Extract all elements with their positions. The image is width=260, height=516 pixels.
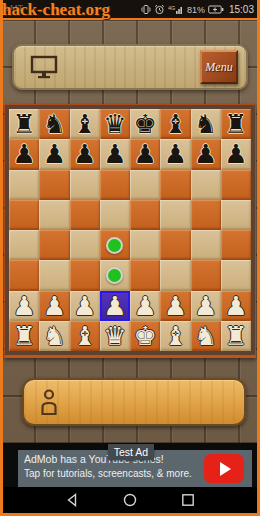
square-c7[interactable]: ♟ <box>70 139 100 169</box>
square-e8[interactable]: ♚ <box>130 109 160 139</box>
square-a8[interactable]: ♜ <box>9 109 39 139</box>
square-h5[interactable] <box>221 200 251 230</box>
square-c3[interactable] <box>70 260 100 290</box>
square-h3[interactable] <box>221 260 251 290</box>
square-f2[interactable]: ♟ <box>160 291 190 321</box>
square-d1[interactable]: ♛ <box>100 321 130 351</box>
square-e7[interactable]: ♟ <box>130 139 160 169</box>
chess-board[interactable]: ♜♞♝♛♚♝♞♜♟♟♟♟♟♟♟♟♟♟♟♟♟♟♟♟♜♞♝♛♚♝♞♜ <box>9 109 251 351</box>
square-b3[interactable] <box>39 260 69 290</box>
legal-move-dot-d3[interactable] <box>106 267 123 284</box>
home-icon <box>123 493 137 507</box>
player-panel <box>22 378 246 426</box>
square-a2[interactable]: ♟ <box>9 291 39 321</box>
square-b7[interactable]: ♟ <box>39 139 69 169</box>
square-b6[interactable] <box>39 170 69 200</box>
piece-white-pawn[interactable]: ♟ <box>103 291 126 321</box>
piece-white-rook[interactable]: ♜ <box>12 321 35 351</box>
square-d4[interactable] <box>100 230 130 260</box>
square-g2[interactable]: ♟ <box>191 291 221 321</box>
square-c4[interactable] <box>70 230 100 260</box>
youtube-play-icon[interactable] <box>204 454 244 483</box>
square-c5[interactable] <box>70 200 100 230</box>
alarm-icon <box>154 4 165 15</box>
battery-charging-icon <box>208 5 224 14</box>
app-screen: LMT 4G 81% 15:03 hack-cheat.org <box>0 0 260 516</box>
opponent-panel: Menu <box>12 44 248 90</box>
square-e3[interactable] <box>130 260 160 290</box>
square-h8[interactable]: ♜ <box>221 109 251 139</box>
test-ad-badge: Test Ad <box>108 444 154 460</box>
square-f7[interactable]: ♟ <box>160 139 190 169</box>
square-h4[interactable] <box>221 230 251 260</box>
square-g6[interactable] <box>191 170 221 200</box>
square-d3[interactable] <box>100 260 130 290</box>
square-b2[interactable]: ♟ <box>39 291 69 321</box>
signal-4g-icon: 4G <box>168 4 184 15</box>
recents-icon <box>181 493 195 507</box>
square-c1[interactable]: ♝ <box>70 321 100 351</box>
piece-black-pawn[interactable]: ♟ <box>164 139 187 169</box>
piece-white-pawn[interactable]: ♟ <box>164 291 187 321</box>
square-g1[interactable]: ♞ <box>191 321 221 351</box>
square-b5[interactable] <box>39 200 69 230</box>
ad-subtext: Tap for tutorials, screencasts, & more. <box>24 468 192 479</box>
square-d5[interactable] <box>100 200 130 230</box>
piece-white-pawn[interactable]: ♟ <box>133 291 156 321</box>
square-f3[interactable] <box>160 260 190 290</box>
square-a7[interactable]: ♟ <box>9 139 39 169</box>
home-button[interactable] <box>123 493 137 507</box>
piece-black-pawn[interactable]: ♟ <box>12 139 35 169</box>
android-nav-bar <box>0 487 260 513</box>
piece-white-pawn[interactable]: ♟ <box>73 291 96 321</box>
piece-black-pawn[interactable]: ♟ <box>194 139 217 169</box>
back-icon <box>65 493 79 507</box>
piece-white-knight[interactable]: ♞ <box>194 321 217 351</box>
menu-button[interactable]: Menu <box>200 50 238 84</box>
square-c6[interactable] <box>70 170 100 200</box>
square-f4[interactable] <box>160 230 190 260</box>
piece-white-bishop[interactable]: ♝ <box>164 321 187 351</box>
square-d6[interactable] <box>100 170 130 200</box>
piece-black-knight[interactable]: ♞ <box>194 109 217 139</box>
square-f8[interactable]: ♝ <box>160 109 190 139</box>
square-a4[interactable] <box>9 230 39 260</box>
battery-percent: 81% <box>187 5 205 15</box>
square-d7[interactable]: ♟ <box>100 139 130 169</box>
legal-move-dot-d4[interactable] <box>106 237 123 254</box>
square-e6[interactable] <box>130 170 160 200</box>
square-f6[interactable] <box>160 170 190 200</box>
person-icon <box>38 388 60 416</box>
square-b8[interactable]: ♞ <box>39 109 69 139</box>
watermark-frame-right <box>257 0 260 516</box>
watermark-text: hack-cheat.org <box>2 0 110 20</box>
piece-white-king[interactable]: ♚ <box>133 321 156 351</box>
menu-button-label: Menu <box>205 60 232 75</box>
square-e5[interactable] <box>130 200 160 230</box>
ad-banner: AdMob has a YouTube series! Tap for tuto… <box>0 443 260 487</box>
square-g3[interactable] <box>191 260 221 290</box>
square-a3[interactable] <box>9 260 39 290</box>
square-h2[interactable]: ♟ <box>221 291 251 321</box>
piece-black-king[interactable]: ♚ <box>133 109 156 139</box>
square-c2[interactable]: ♟ <box>70 291 100 321</box>
piece-black-rook[interactable]: ♜ <box>12 109 35 139</box>
square-d8[interactable]: ♛ <box>100 109 130 139</box>
square-c8[interactable]: ♝ <box>70 109 100 139</box>
piece-black-bishop[interactable]: ♝ <box>164 109 187 139</box>
square-e4[interactable] <box>130 230 160 260</box>
svg-text:4G: 4G <box>168 5 175 11</box>
square-g7[interactable]: ♟ <box>191 139 221 169</box>
piece-black-pawn[interactable]: ♟ <box>103 139 126 169</box>
clock-time: 15:03 <box>229 4 254 15</box>
piece-black-bishop[interactable]: ♝ <box>73 109 96 139</box>
square-e1[interactable]: ♚ <box>130 321 160 351</box>
square-h7[interactable]: ♟ <box>221 139 251 169</box>
square-g5[interactable] <box>191 200 221 230</box>
square-g4[interactable] <box>191 230 221 260</box>
piece-white-bishop[interactable]: ♝ <box>73 321 96 351</box>
play-triangle <box>220 462 231 476</box>
square-a6[interactable] <box>9 170 39 200</box>
piece-black-pawn[interactable]: ♟ <box>43 139 66 169</box>
square-h1[interactable]: ♜ <box>221 321 251 351</box>
square-b1[interactable]: ♞ <box>39 321 69 351</box>
square-a5[interactable] <box>9 200 39 230</box>
square-g8[interactable]: ♞ <box>191 109 221 139</box>
watermark-frame-left <box>0 0 3 516</box>
vibrate-icon <box>141 4 151 15</box>
piece-black-queen[interactable]: ♛ <box>103 109 126 139</box>
square-a1[interactable]: ♜ <box>9 321 39 351</box>
piece-white-rook[interactable]: ♜ <box>224 321 247 351</box>
square-b4[interactable] <box>39 230 69 260</box>
chess-board-frame: ♜♞♝♛♚♝♞♜♟♟♟♟♟♟♟♟♟♟♟♟♟♟♟♟♜♞♝♛♚♝♞♜ <box>4 104 256 358</box>
recents-button[interactable] <box>181 493 195 507</box>
square-h6[interactable] <box>221 170 251 200</box>
piece-black-knight[interactable]: ♞ <box>43 109 66 139</box>
piece-white-pawn[interactable]: ♟ <box>224 291 247 321</box>
piece-black-rook[interactable]: ♜ <box>224 109 247 139</box>
piece-white-pawn[interactable]: ♟ <box>194 291 217 321</box>
piece-white-knight[interactable]: ♞ <box>43 321 66 351</box>
square-d2[interactable]: ♟ <box>100 291 130 321</box>
piece-white-queen[interactable]: ♛ <box>103 321 126 351</box>
square-e2[interactable]: ♟ <box>130 291 160 321</box>
piece-black-pawn[interactable]: ♟ <box>133 139 156 169</box>
square-f5[interactable] <box>160 200 190 230</box>
back-button[interactable] <box>65 493 79 507</box>
piece-black-pawn[interactable]: ♟ <box>73 139 96 169</box>
piece-black-pawn[interactable]: ♟ <box>224 139 247 169</box>
computer-monitor-icon <box>30 55 58 79</box>
piece-white-pawn[interactable]: ♟ <box>43 291 66 321</box>
square-f1[interactable]: ♝ <box>160 321 190 351</box>
piece-white-pawn[interactable]: ♟ <box>12 291 35 321</box>
